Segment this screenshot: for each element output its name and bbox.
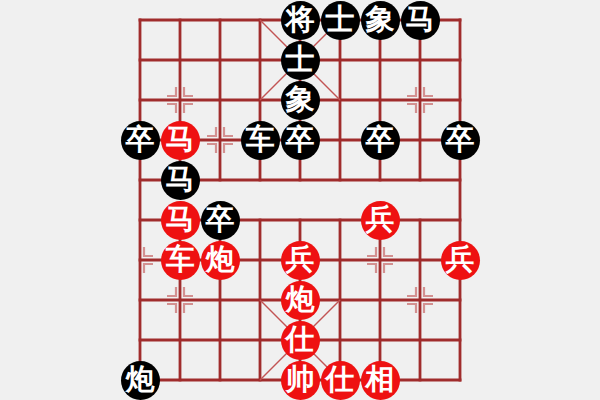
piece-black-horse[interactable]: 马 [161, 161, 200, 200]
piece-red-soldier[interactable]: 兵 [281, 241, 320, 280]
piece-black-horse[interactable]: 马 [401, 1, 440, 40]
piece-red-horse[interactable]: 马 [161, 201, 200, 240]
piece-black-advisor[interactable]: 士 [321, 1, 360, 40]
piece-red-cannon[interactable]: 炮 [201, 241, 240, 280]
piece-black-soldier[interactable]: 卒 [441, 121, 480, 160]
piece-black-chariot[interactable]: 车 [241, 121, 280, 160]
piece-red-soldier[interactable]: 兵 [441, 241, 480, 280]
piece-red-advisor[interactable]: 仕 [281, 321, 320, 360]
piece-black-soldier[interactable]: 卒 [121, 121, 160, 160]
piece-red-elephant[interactable]: 相 [361, 361, 400, 400]
piece-red-soldier[interactable]: 兵 [361, 201, 400, 240]
piece-red-cannon[interactable]: 炮 [281, 281, 320, 320]
piece-black-general[interactable]: 将 [281, 1, 320, 40]
piece-red-advisor[interactable]: 仕 [321, 361, 360, 400]
piece-black-soldier[interactable]: 卒 [361, 121, 400, 160]
piece-black-advisor[interactable]: 士 [281, 41, 320, 80]
piece-red-general[interactable]: 帅 [281, 361, 320, 400]
piece-black-elephant[interactable]: 象 [281, 81, 320, 120]
piece-red-horse[interactable]: 马 [161, 121, 200, 160]
xiangqi-screenshot: 将士象马士象卒马车卒卒卒马马卒兵车炮兵兵炮仕炮帅仕相 [0, 0, 600, 400]
piece-red-chariot[interactable]: 车 [161, 241, 200, 280]
xiangqi-board[interactable]: 将士象马士象卒马车卒卒卒马马卒兵车炮兵兵炮仕炮帅仕相 [120, 0, 480, 400]
piece-black-elephant[interactable]: 象 [361, 1, 400, 40]
piece-black-soldier[interactable]: 卒 [201, 201, 240, 240]
piece-black-cannon[interactable]: 炮 [121, 361, 160, 400]
piece-black-soldier[interactable]: 卒 [281, 121, 320, 160]
